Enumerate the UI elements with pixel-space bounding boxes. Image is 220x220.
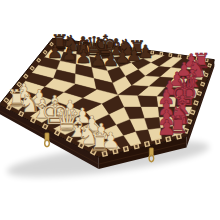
coordinate-glyph-mark: [160, 53, 162, 55]
three-player-chess-board: ♜♞♝♛♜♞♝♚♟♟♟♟♟♟♟♟♟♜♟♞♟♝♟♛♟♟♟♚♜♟♞♝♟♟♝♟♞♚♟♛…: [0, 0, 220, 220]
product-photo: ♜♞♝♛♜♞♝♚♟♟♟♟♟♟♟♟♟♜♟♞♟♝♟♛♟♟♟♚♜♟♞♝♟♟♝♟♞♚♟♛…: [0, 0, 220, 220]
piece-brown-p: ♟: [103, 49, 120, 70]
piece-white-r: ♜: [89, 128, 111, 157]
clasp-left: [45, 133, 50, 147]
coordinate-glyph-mark: [169, 54, 171, 56]
coordinate-glyph-mark: [179, 55, 181, 57]
piece-red-p: ♟: [157, 115, 176, 140]
